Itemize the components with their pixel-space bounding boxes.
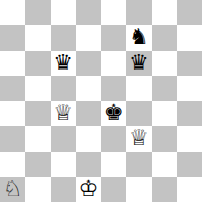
- white-king-piece[interactable]: ♔: [79, 177, 99, 201]
- square-g7[interactable]: [152, 25, 177, 50]
- square-e5[interactable]: [101, 76, 126, 101]
- square-h1[interactable]: [177, 177, 202, 202]
- chess-diagram: ♞♛♛♕♚♕♘♔: [0, 0, 202, 202]
- square-f8[interactable]: [126, 0, 151, 25]
- square-b7[interactable]: [25, 25, 50, 50]
- black-queen-piece[interactable]: ♛: [53, 51, 73, 75]
- square-h7[interactable]: [177, 25, 202, 50]
- square-f3[interactable]: ♕: [126, 126, 151, 151]
- square-h3[interactable]: [177, 126, 202, 151]
- square-d2[interactable]: [76, 152, 101, 177]
- square-g6[interactable]: [152, 51, 177, 76]
- square-c7[interactable]: [51, 25, 76, 50]
- square-f6[interactable]: ♛: [126, 51, 151, 76]
- square-b1[interactable]: [25, 177, 50, 202]
- square-b4[interactable]: [25, 101, 50, 126]
- square-a6[interactable]: [0, 51, 25, 76]
- square-b8[interactable]: [25, 0, 50, 25]
- square-h5[interactable]: [177, 76, 202, 101]
- white-queen-piece[interactable]: ♕: [53, 101, 73, 125]
- square-a7[interactable]: [0, 25, 25, 50]
- square-g8[interactable]: [152, 0, 177, 25]
- square-a8[interactable]: [0, 0, 25, 25]
- square-f1[interactable]: [126, 177, 151, 202]
- square-c5[interactable]: [51, 76, 76, 101]
- square-h4[interactable]: [177, 101, 202, 126]
- square-f2[interactable]: [126, 152, 151, 177]
- square-c8[interactable]: [51, 0, 76, 25]
- square-e8[interactable]: [101, 0, 126, 25]
- square-e4[interactable]: ♚: [101, 101, 126, 126]
- square-c1[interactable]: [51, 177, 76, 202]
- white-knight-piece[interactable]: ♘: [3, 177, 23, 201]
- white-queen-piece[interactable]: ♕: [129, 126, 149, 150]
- square-e3[interactable]: [101, 126, 126, 151]
- square-c4[interactable]: ♕: [51, 101, 76, 126]
- square-d1[interactable]: ♔: [76, 177, 101, 202]
- square-e2[interactable]: [101, 152, 126, 177]
- square-b3[interactable]: [25, 126, 50, 151]
- square-g5[interactable]: [152, 76, 177, 101]
- square-d5[interactable]: [76, 76, 101, 101]
- square-d7[interactable]: [76, 25, 101, 50]
- square-g1[interactable]: [152, 177, 177, 202]
- square-a5[interactable]: [0, 76, 25, 101]
- black-queen-piece[interactable]: ♛: [129, 51, 149, 75]
- square-b5[interactable]: [25, 76, 50, 101]
- square-e1[interactable]: [101, 177, 126, 202]
- square-d3[interactable]: [76, 126, 101, 151]
- square-h8[interactable]: [177, 0, 202, 25]
- square-a1[interactable]: ♘: [0, 177, 25, 202]
- square-a4[interactable]: [0, 101, 25, 126]
- square-b2[interactable]: [25, 152, 50, 177]
- square-h2[interactable]: [177, 152, 202, 177]
- square-f7[interactable]: ♞: [126, 25, 151, 50]
- square-e7[interactable]: [101, 25, 126, 50]
- black-king-piece[interactable]: ♚: [104, 101, 124, 125]
- square-f5[interactable]: [126, 76, 151, 101]
- square-c3[interactable]: [51, 126, 76, 151]
- square-c2[interactable]: [51, 152, 76, 177]
- black-knight-piece[interactable]: ♞: [129, 25, 149, 49]
- square-e6[interactable]: [101, 51, 126, 76]
- square-c6[interactable]: ♛: [51, 51, 76, 76]
- square-d8[interactable]: [76, 0, 101, 25]
- square-b6[interactable]: [25, 51, 50, 76]
- chess-board: ♞♛♛♕♚♕♘♔: [0, 0, 202, 202]
- square-a2[interactable]: [0, 152, 25, 177]
- square-f4[interactable]: [126, 101, 151, 126]
- square-h6[interactable]: [177, 51, 202, 76]
- square-d4[interactable]: [76, 101, 101, 126]
- square-g3[interactable]: [152, 126, 177, 151]
- square-g4[interactable]: [152, 101, 177, 126]
- square-a3[interactable]: [0, 126, 25, 151]
- square-g2[interactable]: [152, 152, 177, 177]
- square-d6[interactable]: [76, 51, 101, 76]
